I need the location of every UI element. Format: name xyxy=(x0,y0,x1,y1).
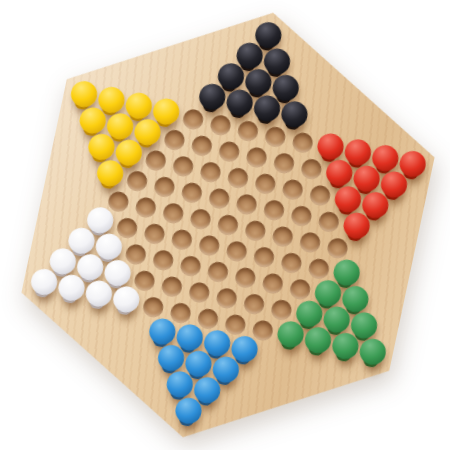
empty-hole[interactable] xyxy=(125,169,149,193)
empty-hole[interactable] xyxy=(197,234,221,258)
empty-hole[interactable] xyxy=(288,278,312,302)
empty-hole[interactable] xyxy=(290,204,314,228)
empty-hole[interactable] xyxy=(245,146,269,170)
empty-hole[interactable] xyxy=(181,108,205,132)
empty-hole[interactable] xyxy=(143,222,167,246)
empty-hole[interactable] xyxy=(141,295,165,319)
empty-hole[interactable] xyxy=(254,172,278,196)
board-lattice xyxy=(0,0,450,450)
empty-hole[interactable] xyxy=(234,266,258,290)
empty-hole[interactable] xyxy=(190,134,214,158)
empty-hole[interactable] xyxy=(107,190,131,214)
empty-hole[interactable] xyxy=(207,187,231,211)
empty-hole[interactable] xyxy=(171,155,195,179)
empty-hole[interactable] xyxy=(161,201,185,225)
empty-hole[interactable] xyxy=(115,216,139,240)
empty-hole[interactable] xyxy=(262,198,286,222)
empty-hole[interactable] xyxy=(225,240,249,264)
empty-hole[interactable] xyxy=(298,231,322,255)
empty-hole[interactable] xyxy=(261,272,285,296)
empty-hole[interactable] xyxy=(317,210,341,234)
empty-hole[interactable] xyxy=(244,219,268,243)
empty-hole[interactable] xyxy=(271,225,295,249)
empty-hole[interactable] xyxy=(270,298,294,322)
green-marble[interactable] xyxy=(357,336,388,367)
empty-hole[interactable] xyxy=(170,228,194,252)
yellow-marble[interactable] xyxy=(69,79,100,110)
empty-hole[interactable] xyxy=(242,292,266,316)
empty-hole[interactable] xyxy=(272,151,296,175)
empty-hole[interactable] xyxy=(281,178,305,202)
blue-peg-r16-c0[interactable] xyxy=(172,398,204,427)
empty-hole[interactable] xyxy=(226,166,250,190)
empty-hole[interactable] xyxy=(209,113,233,137)
empty-hole[interactable] xyxy=(251,319,275,343)
empty-hole[interactable] xyxy=(180,181,204,205)
product-photo-stage xyxy=(0,0,450,450)
empty-hole[interactable] xyxy=(224,313,248,337)
empty-hole[interactable] xyxy=(291,131,315,155)
empty-hole[interactable] xyxy=(252,245,276,269)
chinese-checkers-board xyxy=(0,0,450,450)
empty-hole[interactable] xyxy=(169,301,193,325)
empty-hole[interactable] xyxy=(133,269,157,293)
empty-hole[interactable] xyxy=(263,125,287,149)
empty-hole[interactable] xyxy=(189,207,213,231)
empty-hole[interactable] xyxy=(235,193,259,217)
empty-hole[interactable] xyxy=(196,307,220,331)
empty-hole[interactable] xyxy=(160,275,184,299)
empty-hole[interactable] xyxy=(134,196,158,220)
empty-hole[interactable] xyxy=(124,243,148,267)
empty-hole[interactable] xyxy=(206,260,230,284)
green-peg-r12-c12[interactable] xyxy=(356,339,388,368)
empty-hole[interactable] xyxy=(144,149,168,173)
board-row-16 xyxy=(172,398,204,427)
empty-hole[interactable] xyxy=(199,160,223,184)
empty-hole[interactable] xyxy=(153,175,177,199)
empty-hole[interactable] xyxy=(217,140,241,164)
empty-hole[interactable] xyxy=(151,248,175,272)
empty-hole[interactable] xyxy=(307,257,331,281)
red-marble[interactable] xyxy=(315,131,346,162)
empty-hole[interactable] xyxy=(300,157,324,181)
empty-hole[interactable] xyxy=(236,119,260,143)
empty-hole[interactable] xyxy=(179,254,203,278)
empty-hole[interactable] xyxy=(187,281,211,305)
empty-hole[interactable] xyxy=(216,213,240,237)
empty-hole[interactable] xyxy=(280,251,304,275)
empty-hole[interactable] xyxy=(326,236,350,260)
empty-hole[interactable] xyxy=(308,184,332,208)
black-marble[interactable] xyxy=(279,99,310,130)
empty-hole[interactable] xyxy=(215,286,239,310)
empty-hole[interactable] xyxy=(163,128,187,152)
